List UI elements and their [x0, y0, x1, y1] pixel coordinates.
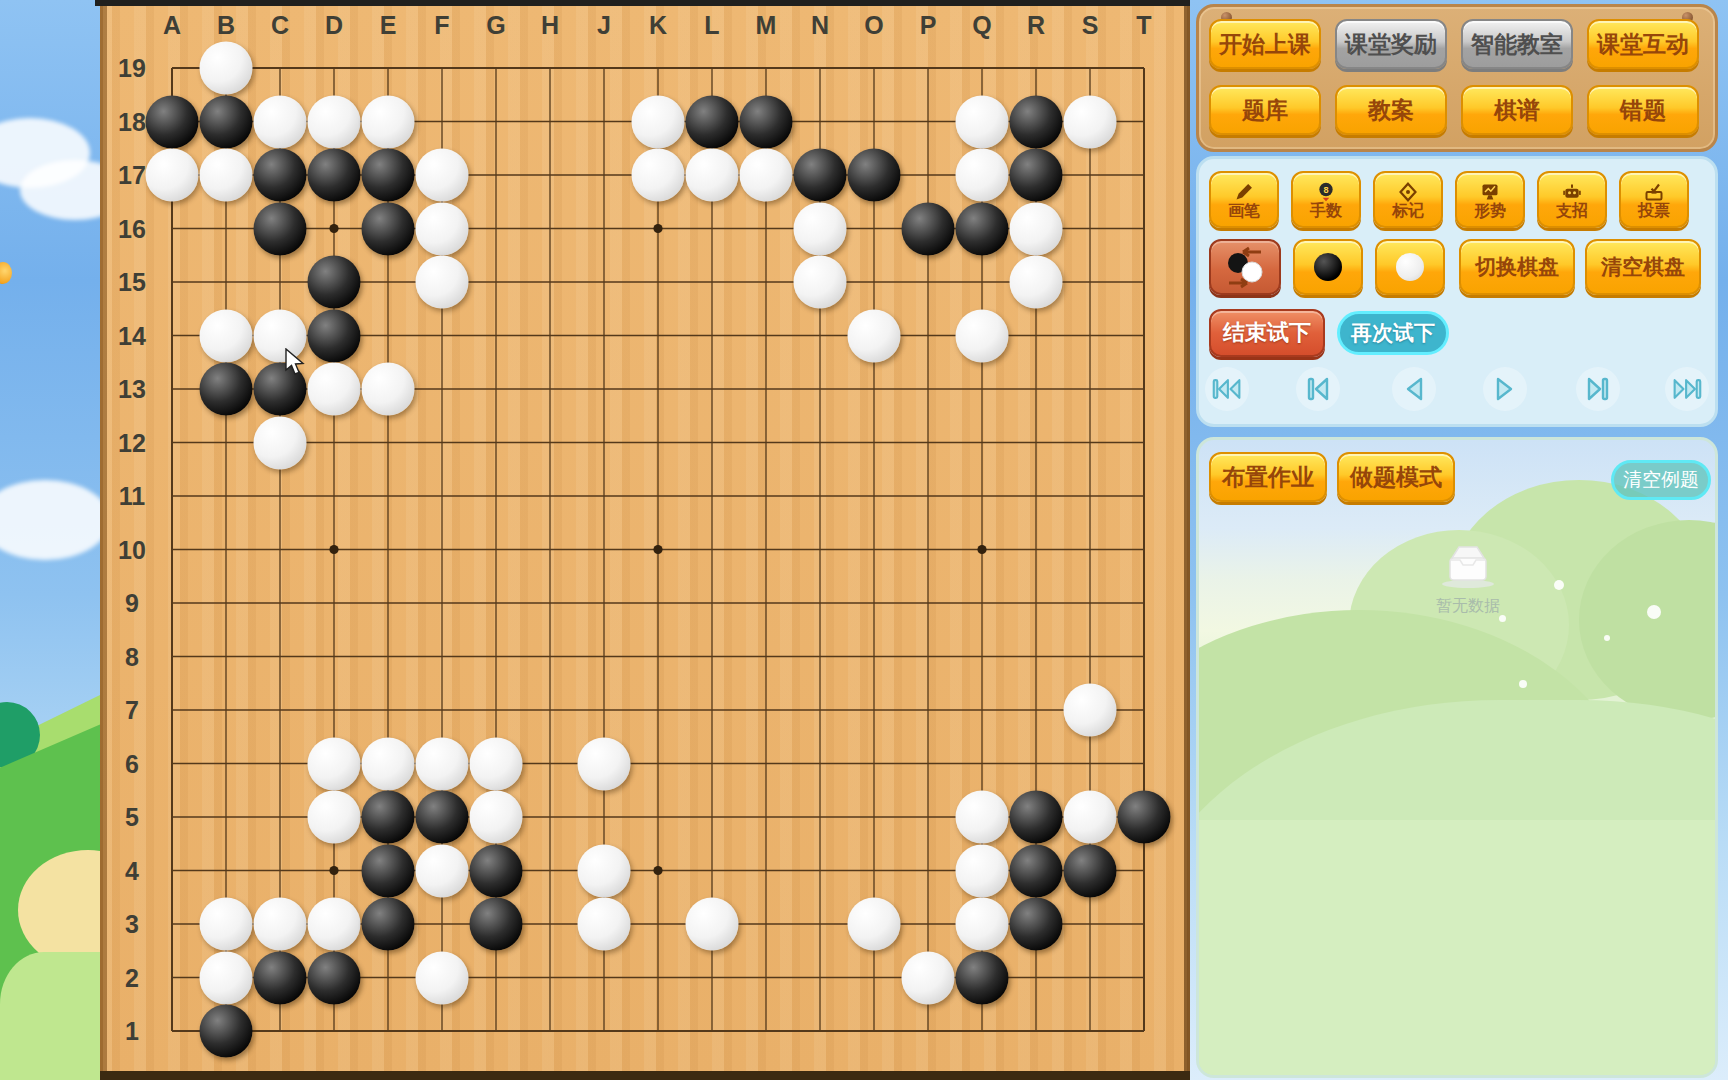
white-stone-J6[interactable] — [578, 737, 631, 790]
black-stone-E3[interactable] — [362, 898, 415, 951]
column-label: L — [704, 11, 719, 40]
black-stone-R4[interactable] — [1010, 844, 1063, 897]
black-stone-G3[interactable] — [470, 898, 523, 951]
white-stone-S18[interactable] — [1064, 95, 1117, 148]
skip-to-start-icon — [1212, 376, 1242, 402]
empty-state: 暂无数据 — [1413, 540, 1523, 617]
white-stone-J4[interactable] — [578, 844, 631, 897]
white-stone-E18[interactable] — [362, 95, 415, 148]
white-stone-E13[interactable] — [362, 363, 415, 416]
white-stone-K17[interactable] — [632, 149, 685, 202]
white-stone-icon — [1396, 253, 1424, 281]
move-number-tool-button[interactable]: 8 手数 — [1291, 171, 1361, 228]
white-stone-B14[interactable] — [200, 309, 253, 362]
black-stone-R5[interactable] — [1010, 791, 1063, 844]
white-stone-G6[interactable] — [470, 737, 523, 790]
column-label: T — [1136, 11, 1151, 40]
board-frame-edge — [100, 0, 107, 1080]
white-stone-D3[interactable] — [308, 898, 361, 951]
territory-icon — [1479, 182, 1501, 202]
column-label: M — [756, 11, 777, 40]
row-label: 5 — [125, 803, 139, 832]
white-stone-E6[interactable] — [362, 737, 415, 790]
tool-label: 形势 — [1474, 203, 1506, 219]
flower-dot — [1519, 680, 1527, 688]
white-stone-S5[interactable] — [1064, 791, 1117, 844]
white-stone-R15[interactable] — [1010, 256, 1063, 309]
white-stone-S7[interactable] — [1064, 684, 1117, 737]
white-stone-K18[interactable] — [632, 95, 685, 148]
black-stone-D14[interactable] — [308, 309, 361, 362]
white-stone-F17[interactable] — [416, 149, 469, 202]
hint-tool-button[interactable]: 支招 — [1537, 171, 1607, 228]
row-label: 18 — [118, 107, 146, 136]
empty-tray-icon — [1440, 540, 1496, 588]
board-top-bar — [95, 0, 1190, 6]
column-label: C — [271, 11, 289, 40]
column-label: F — [434, 11, 449, 40]
black-stone-E5[interactable] — [362, 791, 415, 844]
empty-state-text: 暂无数据 — [1413, 596, 1523, 617]
clear-examples-button[interactable]: 清空例题 — [1611, 460, 1711, 500]
flower-dot — [1604, 635, 1610, 641]
column-label: D — [325, 11, 343, 40]
class-reward-button[interactable]: 课堂奖励 — [1335, 19, 1447, 69]
black-stone-G4[interactable] — [470, 844, 523, 897]
white-stone-F2[interactable] — [416, 951, 469, 1004]
white-stone-Q3[interactable] — [956, 898, 1009, 951]
column-label: N — [811, 11, 829, 40]
end-trial-button[interactable]: 结束试下 — [1209, 309, 1325, 357]
lesson-plan-button[interactable]: 教案 — [1335, 85, 1447, 135]
wrong-question-button[interactable]: 错题 — [1587, 85, 1699, 135]
row-label: 14 — [118, 321, 146, 350]
white-stone-B17[interactable] — [200, 149, 253, 202]
tool-panel: 画笔 8 手数 标记 形势 支招 投票 — [1196, 156, 1718, 427]
skip-to-end-button[interactable] — [1665, 367, 1709, 411]
row-label: 10 — [118, 535, 146, 564]
homework-panel: 布置作业 做题模式 清空例题 暂无数据 — [1196, 437, 1718, 1078]
black-stone-Q2[interactable] — [956, 951, 1009, 1004]
black-stone-E4[interactable] — [362, 844, 415, 897]
row-label: 6 — [125, 749, 139, 778]
white-stone-B3[interactable] — [200, 898, 253, 951]
move-number-icon: 8 — [1315, 182, 1337, 202]
board-bottom-bar — [100, 1071, 1190, 1080]
game-record-button[interactable]: 棋谱 — [1461, 85, 1573, 135]
tool-label: 画笔 — [1228, 203, 1260, 219]
white-stone-B2[interactable] — [200, 951, 253, 1004]
white-stone-C3[interactable] — [254, 898, 307, 951]
column-label: K — [649, 11, 667, 40]
row-label: 2 — [125, 963, 139, 992]
black-stone-N17[interactable] — [794, 149, 847, 202]
exercise-mode-button[interactable]: 做题模式 — [1337, 452, 1455, 502]
row-label: 16 — [118, 214, 146, 243]
row-label: 17 — [118, 161, 146, 190]
hill — [1196, 820, 1718, 1078]
black-stone-M18[interactable] — [740, 95, 793, 148]
marker-tool-button[interactable]: 标记 — [1373, 171, 1443, 228]
white-stone-Q5[interactable] — [956, 791, 1009, 844]
column-label: Q — [972, 11, 991, 40]
white-stone-Q14[interactable] — [956, 309, 1009, 362]
svg-text:8: 8 — [1323, 184, 1328, 194]
switch-board-button[interactable]: 切换棋盘 — [1459, 239, 1575, 295]
class-interaction-button[interactable]: 课堂互动 — [1587, 19, 1699, 69]
white-stone-O14[interactable] — [848, 309, 901, 362]
clear-board-button[interactable]: 清空棋盘 — [1585, 239, 1701, 295]
alternate-stone-mode-button[interactable] — [1209, 239, 1281, 295]
white-stone-D5[interactable] — [308, 791, 361, 844]
black-stone-B1[interactable] — [200, 1005, 253, 1058]
row-label: 15 — [118, 268, 146, 297]
row-label: 19 — [118, 54, 146, 83]
question-bank-button[interactable]: 题库 — [1209, 85, 1321, 135]
black-stone-R3[interactable] — [1010, 898, 1063, 951]
row-label: 9 — [125, 589, 139, 618]
tool-label: 手数 — [1310, 203, 1342, 219]
white-stone-R16[interactable] — [1010, 202, 1063, 255]
go-board[interactable]: ABCDEFGHJKLMNOPQRST191817161514131211109… — [100, 0, 1190, 1080]
row-label: 11 — [119, 482, 145, 511]
black-stone-B13[interactable] — [200, 363, 253, 416]
white-stone-D13[interactable] — [308, 363, 361, 416]
white-stone-O3[interactable] — [848, 898, 901, 951]
column-label: B — [217, 11, 235, 40]
white-stone-G5[interactable] — [470, 791, 523, 844]
black-stone-D2[interactable] — [308, 951, 361, 1004]
column-label: R — [1027, 11, 1045, 40]
flower-dot — [1554, 580, 1564, 590]
black-stone-D15[interactable] — [308, 256, 361, 309]
white-stone-F6[interactable] — [416, 737, 469, 790]
board-frame-edge — [1184, 0, 1190, 1080]
row-label: 1 — [125, 1017, 139, 1046]
class-menu-panel: 开始上课 课堂奖励 智能教室 课堂互动 题库 教案 棋谱 错题 — [1196, 4, 1718, 152]
row-label: 4 — [125, 856, 139, 885]
black-stone-T5[interactable] — [1118, 791, 1171, 844]
white-stone-C12[interactable] — [254, 416, 307, 469]
white-stone-C18[interactable] — [254, 95, 307, 148]
tool-label: 投票 — [1638, 203, 1670, 219]
step-forward-icon — [1494, 376, 1516, 402]
cloud — [0, 480, 100, 560]
row-label: 13 — [118, 375, 146, 404]
black-stone-R17[interactable] — [1010, 149, 1063, 202]
black-stone-R18[interactable] — [1010, 95, 1063, 148]
step-back-icon — [1403, 376, 1425, 402]
black-stone-D17[interactable] — [308, 149, 361, 202]
row-label: 3 — [125, 910, 139, 939]
white-stone-N16[interactable] — [794, 202, 847, 255]
tool-label: 支招 — [1556, 203, 1588, 219]
marker-icon — [1397, 182, 1419, 202]
row-label: 8 — [125, 642, 139, 671]
step-back-button[interactable] — [1392, 367, 1436, 411]
vote-tool-button[interactable]: 投票 — [1619, 171, 1689, 228]
column-label: A — [163, 11, 181, 40]
black-stone-C16[interactable] — [254, 202, 307, 255]
column-label: E — [380, 11, 397, 40]
white-stone-A17[interactable] — [146, 149, 199, 202]
prev-variation-icon — [1306, 376, 1330, 402]
black-stone-A18[interactable] — [146, 95, 199, 148]
skip-to-start-button[interactable] — [1205, 367, 1249, 411]
black-stone-S4[interactable] — [1064, 844, 1117, 897]
white-stone-Q17[interactable] — [956, 149, 1009, 202]
black-stone-mode-button[interactable] — [1293, 239, 1363, 295]
white-stone-F4[interactable] — [416, 844, 469, 897]
next-variation-icon — [1586, 376, 1610, 402]
white-stone-J3[interactable] — [578, 898, 631, 951]
next-variation-button[interactable] — [1576, 367, 1620, 411]
white-stone-L17[interactable] — [686, 149, 739, 202]
brush-tool-button[interactable]: 画笔 — [1209, 171, 1279, 228]
assign-homework-button[interactable]: 布置作业 — [1209, 452, 1327, 502]
column-label: S — [1082, 11, 1099, 40]
black-stone-P16[interactable] — [902, 202, 955, 255]
black-stone-icon — [1314, 253, 1342, 281]
white-stone-Q4[interactable] — [956, 844, 1009, 897]
white-stone-Q18[interactable] — [956, 95, 1009, 148]
tool-label: 标记 — [1392, 203, 1424, 219]
black-stone-C17[interactable] — [254, 149, 307, 202]
step-forward-button[interactable] — [1483, 367, 1527, 411]
alternate-stones-icon — [1221, 245, 1269, 289]
black-stone-F5[interactable] — [416, 791, 469, 844]
white-stone-B19[interactable] — [200, 42, 253, 95]
smart-classroom-button[interactable]: 智能教室 — [1461, 19, 1573, 69]
mouse-cursor — [284, 348, 306, 378]
black-stone-E16[interactable] — [362, 202, 415, 255]
territory-tool-button[interactable]: 形势 — [1455, 171, 1525, 228]
white-stone-F16[interactable] — [416, 202, 469, 255]
white-stone-F15[interactable] — [416, 256, 469, 309]
hill — [0, 952, 100, 1080]
white-stone-P2[interactable] — [902, 951, 955, 1004]
column-label: J — [597, 11, 611, 40]
black-stone-E17[interactable] — [362, 149, 415, 202]
start-class-button[interactable]: 开始上课 — [1209, 19, 1321, 69]
sun-decoration — [0, 262, 12, 284]
column-label: G — [486, 11, 505, 40]
column-label: O — [864, 11, 883, 40]
retry-trial-button[interactable]: 再次试下 — [1337, 311, 1449, 355]
hint-robot-icon — [1561, 182, 1583, 202]
flower-dot — [1647, 605, 1661, 619]
black-stone-O17[interactable] — [848, 149, 901, 202]
background-scenery — [0, 0, 100, 1080]
white-stone-L3[interactable] — [686, 898, 739, 951]
skip-to-end-icon — [1672, 376, 1702, 402]
white-stone-D6[interactable] — [308, 737, 361, 790]
black-stone-L18[interactable] — [686, 95, 739, 148]
vote-icon — [1643, 182, 1665, 202]
column-label: P — [920, 11, 937, 40]
black-stone-B18[interactable] — [200, 95, 253, 148]
black-stone-Q16[interactable] — [956, 202, 1009, 255]
pencil-icon — [1233, 182, 1255, 202]
white-stone-mode-button[interactable] — [1375, 239, 1445, 295]
row-label: 12 — [118, 428, 146, 457]
white-stone-D18[interactable] — [308, 95, 361, 148]
prev-variation-button[interactable] — [1296, 367, 1340, 411]
row-label: 7 — [125, 696, 139, 725]
column-label: H — [541, 11, 559, 40]
white-stone-N15[interactable] — [794, 256, 847, 309]
black-stone-C2[interactable] — [254, 951, 307, 1004]
white-stone-M17[interactable] — [740, 149, 793, 202]
